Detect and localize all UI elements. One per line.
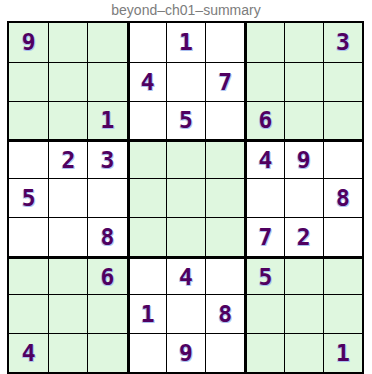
cell-r7c9[interactable] <box>323 256 362 295</box>
cell-r5c7[interactable] <box>244 178 283 217</box>
cell-r9c1[interactable]: 4 <box>9 333 48 372</box>
cell-r3c3[interactable]: 1 <box>87 101 126 140</box>
cell-r7c5[interactable]: 4 <box>166 256 205 295</box>
cell-r6c5[interactable] <box>166 217 205 256</box>
cell-r9c5[interactable]: 9 <box>166 333 205 372</box>
cell-r6c1[interactable] <box>9 217 48 256</box>
cell-r1c8[interactable] <box>284 23 323 62</box>
cell-r3c8[interactable] <box>284 101 323 140</box>
cell-r8c4[interactable]: 1 <box>127 294 166 333</box>
cell-r8c2[interactable] <box>48 294 87 333</box>
cell-r2c1[interactable] <box>9 62 48 101</box>
cell-r6c8[interactable]: 2 <box>284 217 323 256</box>
cell-r7c2[interactable] <box>48 256 87 295</box>
cell-r4c1[interactable] <box>9 139 48 178</box>
cell-r8c5[interactable] <box>166 294 205 333</box>
cell-r6c2[interactable] <box>48 217 87 256</box>
cell-r9c9[interactable]: 1 <box>323 333 362 372</box>
cell-r3c7[interactable]: 6 <box>244 101 283 140</box>
cell-r9c6[interactable] <box>205 333 244 372</box>
cell-r8c3[interactable] <box>87 294 126 333</box>
cell-r3c6[interactable] <box>205 101 244 140</box>
cell-r4c6[interactable] <box>205 139 244 178</box>
cell-r4c9[interactable] <box>323 139 362 178</box>
cell-r5c5[interactable] <box>166 178 205 217</box>
cell-r9c7[interactable] <box>244 333 283 372</box>
cell-r5c9[interactable]: 8 <box>323 178 362 217</box>
cell-r4c7[interactable]: 4 <box>244 139 283 178</box>
cell-r6c6[interactable] <box>205 217 244 256</box>
cell-r5c3[interactable] <box>87 178 126 217</box>
cell-r1c6[interactable] <box>205 23 244 62</box>
cell-r4c3[interactable]: 3 <box>87 139 126 178</box>
cell-r1c3[interactable] <box>87 23 126 62</box>
cell-r8c9[interactable] <box>323 294 362 333</box>
cell-r3c4[interactable] <box>127 101 166 140</box>
cell-r1c7[interactable] <box>244 23 283 62</box>
cell-r8c8[interactable] <box>284 294 323 333</box>
cell-r1c4[interactable] <box>127 23 166 62</box>
cell-r3c2[interactable] <box>48 101 87 140</box>
cell-r5c2[interactable] <box>48 178 87 217</box>
cell-r2c4[interactable]: 4 <box>127 62 166 101</box>
cell-r6c9[interactable] <box>323 217 362 256</box>
cell-r7c4[interactable] <box>127 256 166 295</box>
cell-r1c9[interactable]: 3 <box>323 23 362 62</box>
cell-r2c9[interactable] <box>323 62 362 101</box>
cell-r8c6[interactable]: 8 <box>205 294 244 333</box>
cell-r9c3[interactable] <box>87 333 126 372</box>
cell-r6c7[interactable]: 7 <box>244 217 283 256</box>
cell-r2c3[interactable] <box>87 62 126 101</box>
cell-r6c4[interactable] <box>127 217 166 256</box>
cell-r4c4[interactable] <box>127 139 166 178</box>
cell-r9c8[interactable] <box>284 333 323 372</box>
cell-r1c2[interactable] <box>48 23 87 62</box>
cell-r3c5[interactable]: 5 <box>166 101 205 140</box>
cell-r7c6[interactable] <box>205 256 244 295</box>
cell-r4c5[interactable] <box>166 139 205 178</box>
cell-r9c4[interactable] <box>127 333 166 372</box>
cell-r5c4[interactable] <box>127 178 166 217</box>
cell-r3c1[interactable] <box>9 101 48 140</box>
cell-r7c7[interactable]: 5 <box>244 256 283 295</box>
cell-r2c7[interactable] <box>244 62 283 101</box>
cell-r4c8[interactable]: 9 <box>284 139 323 178</box>
cell-r7c8[interactable] <box>284 256 323 295</box>
cell-r4c2[interactable]: 2 <box>48 139 87 178</box>
cell-r6c3[interactable]: 8 <box>87 217 126 256</box>
cell-r1c5[interactable]: 1 <box>166 23 205 62</box>
cell-r7c1[interactable] <box>9 256 48 295</box>
cell-r5c1[interactable]: 5 <box>9 178 48 217</box>
sudoku-board: 9134715623495887264518491 <box>7 21 364 374</box>
cell-r8c1[interactable] <box>9 294 48 333</box>
cell-r1c1[interactable]: 9 <box>9 23 48 62</box>
cell-r7c3[interactable]: 6 <box>87 256 126 295</box>
puzzle-title: beyond–ch01–summary <box>0 1 372 20</box>
cell-r2c6[interactable]: 7 <box>205 62 244 101</box>
cell-r5c8[interactable] <box>284 178 323 217</box>
cell-r9c2[interactable] <box>48 333 87 372</box>
cell-r2c2[interactable] <box>48 62 87 101</box>
cell-r2c5[interactable] <box>166 62 205 101</box>
cell-r2c8[interactable] <box>284 62 323 101</box>
cell-r8c7[interactable] <box>244 294 283 333</box>
cell-r5c6[interactable] <box>205 178 244 217</box>
cell-r3c9[interactable] <box>323 101 362 140</box>
